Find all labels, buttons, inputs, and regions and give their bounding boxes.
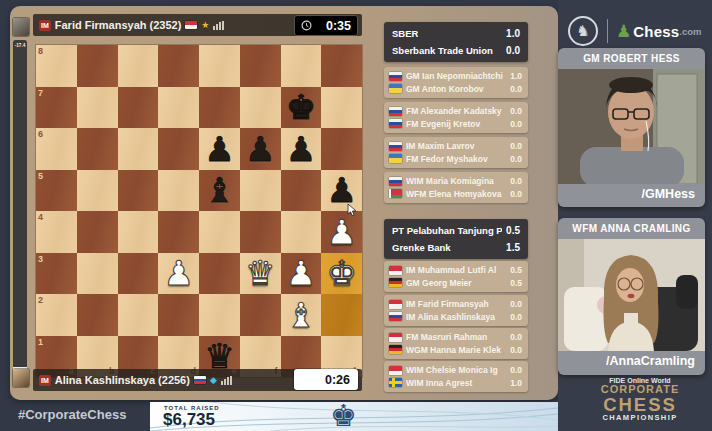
square-f4[interactable]	[240, 211, 281, 253]
pairing-player-name: WIM Inna Agrest	[406, 378, 506, 388]
black-king-g7: ♚	[281, 87, 322, 129]
pairing-player-score: 0.0	[510, 176, 522, 186]
rank-label-4: 4	[38, 212, 43, 222]
white-pawn-h4: ♟	[321, 211, 362, 253]
square-h3[interactable]: ♚	[321, 253, 362, 295]
square-h7[interactable]	[321, 87, 362, 129]
pairing-player-row: FM Fedor Myshakov0.0	[389, 154, 522, 164]
pairing-player-row: FM Masruri Rahman0.0	[389, 332, 522, 342]
pairing-box[interactable]: WIM Chelsie Monica Ig0.0WIM Inna Agrest1…	[384, 361, 528, 392]
rank-label-3: 3	[38, 254, 43, 264]
pairing-player-score: 0.0	[510, 189, 522, 199]
rank-label-1: 1	[38, 337, 43, 347]
bottom-clock-time: 0:26	[325, 373, 350, 387]
square-c5[interactable]	[118, 170, 159, 212]
pairing-player-score: 0.0	[510, 345, 522, 355]
logo-divider	[607, 19, 608, 43]
square-c6[interactable]	[118, 128, 159, 170]
championship-line4: CHAMPIONSHIP	[580, 414, 700, 422]
commentator-handle-cramling: /AnnaCramling	[558, 351, 705, 374]
top-player-clock: 0:35	[294, 15, 358, 36]
pairing-box[interactable]: IM Muhammad Lutfi Al0.5GM Georg Meier0.5	[384, 261, 528, 292]
pairing-player-row: IM Muhammad Lutfi Al0.5	[389, 265, 522, 275]
pairing-player-row: WIM Inna Agrest1.0	[389, 378, 522, 388]
pairing-player-score: 0.5	[510, 278, 522, 288]
pairing-player-row: IM Farid Firmansyah0.0	[389, 299, 522, 309]
black-pawn-e6: ♟	[199, 128, 240, 170]
top-player-avatar	[13, 18, 29, 36]
rank-label-2: 2	[38, 295, 43, 305]
team-row: Grenke Bank1.5	[392, 242, 520, 253]
square-g8[interactable]	[281, 45, 322, 87]
signal-bars-icon	[213, 21, 224, 30]
pairing-player-row: FM Alexander Kadatsky0.0	[389, 106, 522, 116]
square-c4[interactable]	[118, 211, 159, 253]
square-f8[interactable]	[240, 45, 281, 87]
square-a8[interactable]: 8	[36, 45, 77, 87]
square-g2[interactable]: ♝	[281, 294, 322, 336]
white-queen-f3: ♛	[240, 253, 281, 295]
pairing-box[interactable]: IM Farid Firmansyah0.0IM Alina Kashlinsk…	[384, 295, 528, 326]
square-a3[interactable]: 3	[36, 253, 77, 295]
square-d4[interactable]	[158, 211, 199, 253]
ru-flag-icon	[389, 107, 402, 116]
rank-label-8: 8	[38, 46, 43, 56]
pairing-player-score: 0.0	[510, 141, 522, 151]
square-b6[interactable]	[77, 128, 118, 170]
evaluation-bar-black-fill	[13, 40, 27, 367]
se-flag-icon	[389, 378, 402, 387]
pairing-player-score: 0.0	[510, 299, 522, 309]
ru-flag-icon	[389, 142, 402, 151]
fundraiser-banner: TOTAL RAISED $6,735 ♚	[150, 402, 558, 431]
pairing-player-score: 0.0	[510, 154, 522, 164]
ru-flag-icon	[389, 119, 402, 128]
webcam-video-cramling	[558, 239, 705, 351]
championship-line3: CHESS	[580, 396, 700, 415]
bottom-player-title-badge: IM	[39, 375, 51, 386]
square-h8[interactable]	[321, 45, 362, 87]
ru-flag-icon	[389, 312, 402, 321]
square-f7[interactable]	[240, 87, 281, 129]
team-name: Grenke Bank	[392, 242, 451, 253]
pairing-player-row: WGM Hanna Marie Klek0.0	[389, 345, 522, 355]
square-a4[interactable]: 4	[36, 211, 77, 253]
de-flag-icon	[389, 345, 402, 354]
team-row: PT Pelabuhan Tanjung Pri0.5	[392, 225, 520, 236]
white-bishop-g2: ♝	[281, 294, 322, 336]
rank-label-7: 7	[38, 88, 43, 98]
square-d6[interactable]	[158, 128, 199, 170]
russia-flag-icon	[194, 376, 206, 384]
evaluation-value: -17.4	[15, 43, 26, 48]
square-b3[interactable]	[77, 253, 118, 295]
pairing-player-score: 1.0	[510, 71, 522, 81]
pairing-player-name: IM Muhammad Lutfi Al	[406, 265, 506, 275]
team-name: Sberbank Trade Union	[392, 45, 493, 56]
square-b7[interactable]	[77, 87, 118, 129]
team-row: SBER1.0	[392, 28, 520, 39]
square-e7[interactable]	[199, 87, 240, 129]
square-g6[interactable]: ♟	[281, 128, 322, 170]
square-e6[interactable]: ♟	[199, 128, 240, 170]
square-h4[interactable]: ♟	[321, 211, 362, 253]
id-flag-icon	[389, 333, 402, 342]
square-c8[interactable]	[118, 45, 159, 87]
square-a7[interactable]: 7	[36, 87, 77, 129]
fide-logo-icon: ♞	[568, 16, 598, 46]
chesscom-logo-text: Chess	[633, 23, 679, 40]
square-e3[interactable]	[199, 253, 240, 295]
square-c7[interactable]	[118, 87, 159, 129]
black-bishop-e5: ♝	[199, 170, 240, 212]
rank-label-6: 6	[38, 129, 43, 139]
team-row: Sberbank Trade Union0.0	[392, 45, 520, 56]
king-silhouette-icon: ♚	[330, 402, 357, 431]
top-player-title-badge: IM	[39, 20, 51, 31]
square-b5[interactable]	[77, 170, 118, 212]
square-a5[interactable]: 5	[36, 170, 77, 212]
broadcast-logos: ♞ ♟ Chess .com	[568, 14, 708, 48]
square-f5[interactable]	[240, 170, 281, 212]
square-g4[interactable]	[281, 211, 322, 253]
commentator-name-cramling: WFM ANNA CRAMLING	[558, 218, 705, 239]
square-b8[interactable]	[77, 45, 118, 87]
square-g5[interactable]	[281, 170, 322, 212]
square-a2[interactable]: 2	[36, 294, 77, 336]
square-d3[interactable]: ♟	[158, 253, 199, 295]
square-a6[interactable]: 6	[36, 128, 77, 170]
pairing-box[interactable]: FM Masruri Rahman0.0WGM Hanna Marie Klek…	[384, 328, 528, 359]
top-player-name: Farid Firmansyah (2352)	[55, 19, 182, 31]
bottom-player-name: Alina Kashlinskaya (2256)	[55, 374, 190, 386]
pairing-box[interactable]: GM Ian Nepomniachtchi1.0GM Anton Korobov…	[384, 67, 528, 98]
pairing-player-row: WIM Maria Komiagina0.0	[389, 176, 522, 186]
de-flag-icon	[389, 278, 402, 287]
commentator-cam-hess: GM ROBERT HESS /GMHess	[558, 48, 705, 207]
id-flag-icon	[389, 266, 402, 275]
pairing-player-name: FM Alexander Kadatsky	[406, 106, 506, 116]
team-score: 1.0	[506, 28, 520, 39]
pairing-player-row: WFM Elena Homyakova0.0	[389, 189, 522, 199]
pairing-player-row: IM Alina Kashlinskaya0.0	[389, 312, 522, 322]
right-column: ♞ ♟ Chess .com GM ROBERT HESS	[558, 0, 712, 431]
star-icon: ★	[201, 21, 209, 30]
pairing-player-name: IM Farid Firmansyah	[406, 299, 506, 309]
pairing-player-name: GM Ian Nepomniachtchi	[406, 71, 506, 81]
id-flag-icon	[389, 366, 402, 375]
pairing-player-name: FM Evgenij Kretov	[406, 119, 506, 129]
commentator-name-hess: GM ROBERT HESS	[558, 48, 705, 69]
pairing-player-row: IM Maxim Lavrov0.0	[389, 141, 522, 151]
square-f2[interactable]	[240, 294, 281, 336]
ua-flag-icon	[389, 154, 402, 163]
pairing-player-name: GM Anton Korobov	[406, 84, 506, 94]
chesscom-logo-suffix: .com	[679, 26, 701, 37]
white-pawn-d3: ♟	[158, 253, 199, 295]
white-king-h3: ♚	[321, 253, 362, 295]
diamond-icon: ◆	[210, 376, 217, 385]
square-c3[interactable]	[118, 253, 159, 295]
black-pawn-g6: ♟	[281, 128, 322, 170]
pairing-player-name: WGM Hanna Marie Klek	[406, 345, 506, 355]
pairing-player-name: GM Georg Meier	[406, 278, 506, 288]
white-pawn-g3: ♟	[281, 253, 322, 295]
pairing-player-name: WIM Chelsie Monica Ig	[406, 365, 506, 375]
pairing-player-score: 0.0	[510, 119, 522, 129]
pairing-player-row: GM Georg Meier0.5	[389, 278, 522, 288]
square-h6[interactable]	[321, 128, 362, 170]
team-score: 0.0	[506, 45, 520, 56]
commentator-handle-hess: /GMHess	[558, 184, 705, 207]
signal-bars-icon	[221, 376, 232, 385]
broadcast-stage: -17.4 IM Farid Firmansyah (2352) ★ 0:35 …	[0, 0, 712, 431]
square-d7[interactable]	[158, 87, 199, 129]
square-b2[interactable]	[77, 294, 118, 336]
pairing-player-score: 0.5	[510, 265, 522, 275]
evaluation-bar: -17.4	[13, 40, 27, 377]
square-e4[interactable]	[199, 211, 240, 253]
square-e5[interactable]: ♝	[199, 170, 240, 212]
square-c2[interactable]	[118, 294, 159, 336]
clock-icon	[301, 20, 312, 31]
team-score: 1.5	[506, 242, 520, 253]
pairing-player-name: WIM Maria Komiagina	[406, 176, 506, 186]
pairing-player-row: GM Ian Nepomniachtchi1.0	[389, 71, 522, 81]
webcam-video-hess	[558, 69, 705, 184]
pairing-player-score: 1.0	[510, 378, 522, 388]
pairing-player-name: IM Maxim Lavrov	[406, 141, 506, 151]
indonesia-flag-icon	[185, 21, 197, 29]
total-raised-value: $6,735	[163, 410, 215, 430]
pairing-player-name: WFM Elena Homyakova	[406, 189, 506, 199]
hashtag-text: #CorporateChess	[18, 407, 126, 422]
pairing-player-name: FM Fedor Myshakov	[406, 154, 506, 164]
pairing-player-row: FM Evgenij Kretov0.0	[389, 119, 522, 129]
chesscom-pawn-icon: ♟	[616, 21, 631, 41]
rank-label-5: 5	[38, 171, 43, 181]
square-e8[interactable]	[199, 45, 240, 87]
bottom-player-avatar	[13, 369, 29, 387]
commentator-cam-cramling: WFM ANNA CRAMLING /AnnaCramling	[558, 218, 705, 375]
team-name: PT Pelabuhan Tanjung Pri	[392, 225, 502, 236]
pairing-player-row: WIM Chelsie Monica Ig0.0	[389, 365, 522, 375]
black-pawn-f6: ♟	[240, 128, 281, 170]
bottom-player-clock: 0:26	[294, 369, 358, 390]
pairing-player-score: 0.0	[510, 312, 522, 322]
ru-flag-icon	[389, 72, 402, 81]
square-g3[interactable]: ♟	[281, 253, 322, 295]
chess-board: 87♚6♟♟♟5♝♟4♟3♟♛♟♚2♝1abcde♛fgh	[36, 45, 362, 377]
ua-flag-icon	[389, 84, 402, 93]
match-1-header: SBER1.0Sberbank Trade Union0.0	[384, 22, 528, 62]
square-f3[interactable]: ♛	[240, 253, 281, 295]
id-flag-icon	[389, 300, 402, 309]
square-f6[interactable]: ♟	[240, 128, 281, 170]
square-d5[interactable]	[158, 170, 199, 212]
pairing-player-score: 0.0	[510, 332, 522, 342]
square-e2[interactable]	[199, 294, 240, 336]
square-g7[interactable]: ♚	[281, 87, 322, 129]
by-flag-icon	[389, 189, 402, 198]
team-name: SBER	[392, 28, 418, 39]
pairing-box[interactable]: FM Alexander Kadatsky0.0FM Evgenij Kreto…	[384, 102, 528, 133]
team-score: 0.5	[506, 225, 520, 236]
match-2-header: PT Pelabuhan Tanjung Pri0.5Grenke Bank1.…	[384, 219, 528, 259]
pairing-player-name: IM Alina Kashlinskaya	[406, 312, 506, 322]
square-d2[interactable]	[158, 294, 199, 336]
pairing-box[interactable]: IM Maxim Lavrov0.0FM Fedor Myshakov0.0	[384, 137, 528, 168]
square-b4[interactable]	[77, 211, 118, 253]
square-d8[interactable]	[158, 45, 199, 87]
pairing-player-row: GM Anton Korobov0.0	[389, 84, 522, 94]
pairing-player-score: 0.0	[510, 84, 522, 94]
pairing-box[interactable]: WIM Maria Komiagina0.0WFM Elena Homyakov…	[384, 172, 528, 203]
ru-flag-icon	[389, 177, 402, 186]
pairing-player-score: 0.0	[510, 106, 522, 116]
mouse-cursor	[347, 203, 357, 217]
pairing-player-score: 0.0	[510, 365, 522, 375]
top-clock-time: 0:35	[326, 19, 351, 33]
championship-wordmark: FIDE Online World CORPORATE CHESS CHAMPI…	[580, 377, 700, 422]
pairing-player-name: FM Masruri Rahman	[406, 332, 506, 342]
square-h2[interactable]	[321, 294, 362, 336]
